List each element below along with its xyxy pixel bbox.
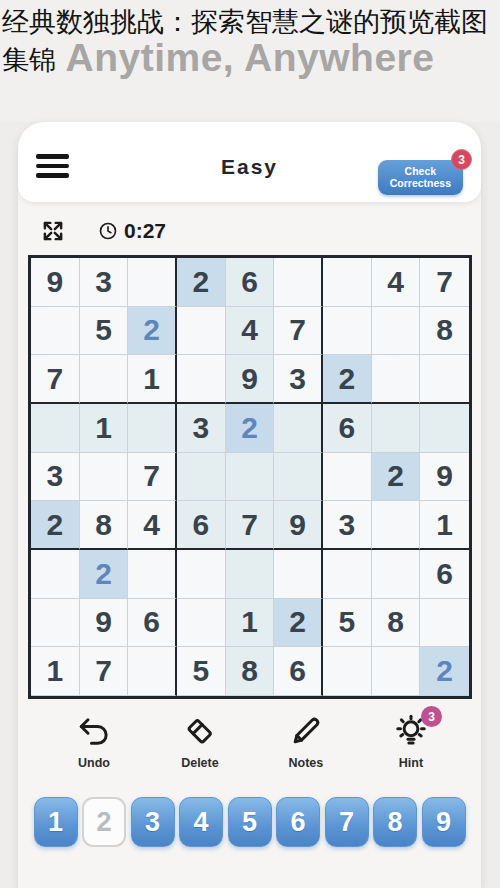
cell-r1c6[interactable]: [274, 258, 323, 307]
cell-r5c1[interactable]: 3: [31, 453, 80, 502]
cell-r5c6[interactable]: [274, 453, 323, 502]
cell-r4c3[interactable]: [128, 404, 177, 453]
cell-r9c6[interactable]: 6: [274, 647, 323, 696]
cell-r4c8[interactable]: [372, 404, 421, 453]
cell-r6c4[interactable]: 6: [177, 501, 226, 550]
hint-button[interactable]: 3 Hint: [393, 713, 429, 770]
notes-button[interactable]: Notes: [288, 713, 324, 770]
cell-r2c3[interactable]: 2: [128, 307, 177, 356]
cell-r2c2[interactable]: 5: [80, 307, 129, 356]
cell-r2c1[interactable]: [31, 307, 80, 356]
cell-r3c9[interactable]: [420, 355, 469, 404]
menu-icon[interactable]: [36, 154, 69, 178]
cell-r1c7[interactable]: [323, 258, 372, 307]
cell-r5c3[interactable]: 7: [128, 453, 177, 502]
cell-r2c6[interactable]: 7: [274, 307, 323, 356]
cell-r8c2[interactable]: 9: [80, 599, 129, 648]
cell-r8c4[interactable]: [177, 599, 226, 648]
hint-label: Hint: [399, 756, 423, 770]
cell-r2c8[interactable]: [372, 307, 421, 356]
cell-r1c2[interactable]: 3: [80, 258, 129, 307]
cell-r8c6[interactable]: 2: [274, 599, 323, 648]
cell-r4c5[interactable]: 2: [226, 404, 275, 453]
cell-r9c4[interactable]: 5: [177, 647, 226, 696]
numpad-3-button[interactable]: 3: [131, 797, 175, 847]
cell-r4c6[interactable]: [274, 404, 323, 453]
cell-r9c2[interactable]: 7: [80, 647, 129, 696]
numpad-9-button[interactable]: 9: [422, 797, 466, 847]
cell-r4c7[interactable]: 6: [323, 404, 372, 453]
numpad: 123456789: [18, 770, 481, 847]
notes-label: Notes: [288, 756, 323, 770]
cell-r3c2[interactable]: [80, 355, 129, 404]
cell-r1c3[interactable]: [128, 258, 177, 307]
cell-r3c6[interactable]: 3: [274, 355, 323, 404]
numpad-4-button[interactable]: 4: [179, 797, 223, 847]
pencil-icon: [288, 713, 324, 749]
cell-r3c1[interactable]: 7: [31, 355, 80, 404]
cell-r4c2[interactable]: 1: [80, 404, 129, 453]
cell-r2c9[interactable]: 8: [420, 307, 469, 356]
cell-r7c7[interactable]: [323, 550, 372, 599]
cell-r4c9[interactable]: [420, 404, 469, 453]
numpad-8-button[interactable]: 8: [373, 797, 417, 847]
check-badge: 3: [451, 149, 472, 170]
numpad-6-button[interactable]: 6: [276, 797, 320, 847]
undo-label: Undo: [78, 756, 110, 770]
status-row: 0:27: [18, 202, 481, 252]
cell-r1c4[interactable]: 2: [177, 258, 226, 307]
cell-r8c5[interactable]: 1: [226, 599, 275, 648]
cell-r8c7[interactable]: 5: [323, 599, 372, 648]
cell-r6c7[interactable]: 3: [323, 501, 372, 550]
sudoku-grid: 9326475247871932132637292846793126961258…: [28, 255, 472, 699]
cell-r3c7[interactable]: 2: [323, 355, 372, 404]
cell-r6c2[interactable]: 8: [80, 501, 129, 550]
check-correctness-button[interactable]: Check Correctness 3: [378, 160, 463, 195]
app-header: Easy Check Correctness 3: [18, 122, 481, 202]
cell-r8c8[interactable]: 8: [372, 599, 421, 648]
cell-r1c1[interactable]: 9: [31, 258, 80, 307]
cell-r7c1[interactable]: [31, 550, 80, 599]
timer: 0:27: [98, 219, 166, 243]
cell-r7c9[interactable]: 6: [420, 550, 469, 599]
toolbar: Undo Delete Notes: [18, 699, 481, 770]
cell-r8c1[interactable]: [31, 599, 80, 648]
cell-r5c4[interactable]: [177, 453, 226, 502]
cell-r6c8[interactable]: [372, 501, 421, 550]
top-banner: Anytime, Anywhere 经典数独挑战：探索智慧之谜的预览截图集锦: [0, 0, 500, 122]
cell-r6c1[interactable]: 2: [31, 501, 80, 550]
cell-r9c3[interactable]: [128, 647, 177, 696]
numpad-5-button[interactable]: 5: [228, 797, 272, 847]
check-label-line2: Correctness: [390, 177, 451, 189]
cell-r5c5[interactable]: [226, 453, 275, 502]
cell-r9c8[interactable]: [372, 647, 421, 696]
cell-r4c1[interactable]: [31, 404, 80, 453]
cell-r5c2[interactable]: [80, 453, 129, 502]
banner-title: 经典数独挑战：探索智慧之谜的预览截图集锦: [2, 3, 500, 79]
cell-r2c5[interactable]: 4: [226, 307, 275, 356]
cell-r7c8[interactable]: [372, 550, 421, 599]
eraser-icon: [182, 713, 218, 749]
cell-r3c8[interactable]: [372, 355, 421, 404]
undo-icon: [76, 713, 112, 749]
cell-r7c5[interactable]: [226, 550, 275, 599]
cell-r8c3[interactable]: 6: [128, 599, 177, 648]
cell-r9c1[interactable]: 1: [31, 647, 80, 696]
timer-value: 0:27: [124, 219, 166, 243]
cell-r6c3[interactable]: 4: [128, 501, 177, 550]
cell-r4c4[interactable]: 3: [177, 404, 226, 453]
grid-wrap: 9326475247871932132637292846793126961258…: [18, 252, 481, 699]
cell-r2c7[interactable]: [323, 307, 372, 356]
cell-r5c8[interactable]: 2: [372, 453, 421, 502]
cell-r2c4[interactable]: [177, 307, 226, 356]
clock-icon: [98, 221, 118, 241]
hint-badge: 3: [421, 706, 442, 727]
cell-r8c9[interactable]: [420, 599, 469, 648]
cell-r6c5[interactable]: 7: [226, 501, 275, 550]
numpad-2-button[interactable]: 2: [82, 797, 126, 847]
cell-r3c5[interactable]: 9: [226, 355, 275, 404]
undo-button[interactable]: Undo: [76, 713, 112, 770]
cell-r1c8[interactable]: 4: [372, 258, 421, 307]
cell-r7c4[interactable]: [177, 550, 226, 599]
delete-label: Delete: [181, 756, 219, 770]
cell-r1c9[interactable]: 7: [420, 258, 469, 307]
cell-r3c4[interactable]: [177, 355, 226, 404]
app-window: Easy Check Correctness 3 0:27 93264: [18, 122, 481, 888]
check-label-line1: Check: [405, 165, 437, 177]
cell-r6c6[interactable]: 9: [274, 501, 323, 550]
cell-r6c9[interactable]: 1: [420, 501, 469, 550]
fullscreen-icon[interactable]: [40, 218, 66, 244]
cell-r1c5[interactable]: 6: [226, 258, 275, 307]
cell-r7c2[interactable]: 2: [80, 550, 129, 599]
numpad-7-button[interactable]: 7: [325, 797, 369, 847]
cell-r9c9[interactable]: 2: [420, 647, 469, 696]
cell-r5c7[interactable]: [323, 453, 372, 502]
cell-r5c9[interactable]: 9: [420, 453, 469, 502]
cell-r3c3[interactable]: 1: [128, 355, 177, 404]
delete-button[interactable]: Delete: [181, 713, 219, 770]
numpad-1-button[interactable]: 1: [34, 797, 78, 847]
cell-r9c7[interactable]: [323, 647, 372, 696]
cell-r9c5[interactable]: 8: [226, 647, 275, 696]
cell-r7c3[interactable]: [128, 550, 177, 599]
cell-r7c6[interactable]: [274, 550, 323, 599]
